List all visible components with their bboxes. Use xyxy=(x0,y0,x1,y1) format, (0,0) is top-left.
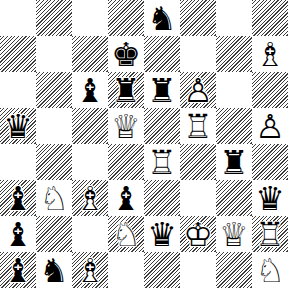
piece-glyph: ♝ xyxy=(0,252,36,288)
piece-white-knight-h1[interactable]: ♞♘ xyxy=(252,252,288,288)
piece-black-rook-d6[interactable]: ♜♜ xyxy=(108,72,144,108)
square-a3[interactable]: ♝♝ xyxy=(0,180,36,216)
square-c5[interactable] xyxy=(72,108,108,144)
square-a7[interactable] xyxy=(0,36,36,72)
square-f8[interactable] xyxy=(180,0,216,36)
piece-black-bishop-d3[interactable]: ♝♝ xyxy=(108,180,144,216)
piece-glyph: ♗ xyxy=(252,36,288,72)
piece-white-rook-f5[interactable]: ♜♖ xyxy=(180,108,216,144)
piece-glyph: ♙ xyxy=(180,72,216,108)
piece-glyph: ♝ xyxy=(72,72,108,108)
square-d1[interactable] xyxy=(108,252,144,288)
piece-glyph: ♜ xyxy=(216,144,252,180)
square-c8[interactable] xyxy=(72,0,108,36)
piece-white-bishop-c3[interactable]: ♝♗ xyxy=(72,180,108,216)
piece-glyph: ♜ xyxy=(108,72,144,108)
piece-black-bishop-a2[interactable]: ♝♝ xyxy=(0,216,36,252)
square-b1[interactable]: ♞♞ xyxy=(36,252,72,288)
piece-glyph: ♔ xyxy=(180,216,216,252)
square-f2[interactable]: ♚♔ xyxy=(180,216,216,252)
piece-glyph: ♝ xyxy=(0,216,36,252)
square-h5[interactable]: ♟♙ xyxy=(252,108,288,144)
piece-black-king-d7[interactable]: ♚♚ xyxy=(108,36,144,72)
piece-glyph: ♘ xyxy=(252,252,288,288)
piece-glyph: ♞ xyxy=(144,0,180,36)
square-e7[interactable] xyxy=(144,36,180,72)
piece-black-knight-b1[interactable]: ♞♞ xyxy=(36,252,72,288)
piece-white-pawn-h5[interactable]: ♟♙ xyxy=(252,108,288,144)
square-h3[interactable]: ♛♛ xyxy=(252,180,288,216)
square-g6[interactable] xyxy=(216,72,252,108)
piece-glyph: ♞ xyxy=(36,252,72,288)
piece-glyph: ♜ xyxy=(144,72,180,108)
square-c4[interactable] xyxy=(72,144,108,180)
piece-glyph: ♗ xyxy=(72,180,108,216)
square-a4[interactable] xyxy=(0,144,36,180)
square-e8[interactable]: ♞♞ xyxy=(144,0,180,36)
square-c3[interactable]: ♝♗ xyxy=(72,180,108,216)
square-a5[interactable]: ♛♛ xyxy=(0,108,36,144)
square-g1[interactable] xyxy=(216,252,252,288)
piece-white-rook-h2[interactable]: ♜♖ xyxy=(252,216,288,252)
piece-glyph: ♛ xyxy=(252,180,288,216)
square-d2[interactable]: ♞♘ xyxy=(108,216,144,252)
square-a2[interactable]: ♝♝ xyxy=(0,216,36,252)
square-b8[interactable] xyxy=(36,0,72,36)
square-f7[interactable] xyxy=(180,36,216,72)
square-e6[interactable]: ♜♜ xyxy=(144,72,180,108)
square-g3[interactable] xyxy=(216,180,252,216)
piece-white-bishop-h7[interactable]: ♝♗ xyxy=(252,36,288,72)
square-b2[interactable] xyxy=(36,216,72,252)
piece-black-rook-g4[interactable]: ♜♜ xyxy=(216,144,252,180)
piece-black-queen-h3[interactable]: ♛♛ xyxy=(252,180,288,216)
piece-glyph: ♝ xyxy=(0,180,36,216)
square-h6[interactable] xyxy=(252,72,288,108)
piece-glyph: ♝ xyxy=(108,180,144,216)
square-h8[interactable] xyxy=(252,0,288,36)
piece-white-queen-g2[interactable]: ♛♕ xyxy=(216,216,252,252)
square-g5[interactable] xyxy=(216,108,252,144)
piece-glyph: ♛ xyxy=(0,108,36,144)
square-h7[interactable]: ♝♗ xyxy=(252,36,288,72)
square-d8[interactable] xyxy=(108,0,144,36)
piece-glyph: ♘ xyxy=(36,180,72,216)
square-a8[interactable] xyxy=(0,0,36,36)
square-g7[interactable] xyxy=(216,36,252,72)
square-e2[interactable]: ♛♛ xyxy=(144,216,180,252)
square-c1[interactable]: ♝♗ xyxy=(72,252,108,288)
piece-black-bishop-a1[interactable]: ♝♝ xyxy=(0,252,36,288)
piece-white-knight-d2[interactable]: ♞♘ xyxy=(108,216,144,252)
piece-glyph: ♕ xyxy=(216,216,252,252)
square-g4[interactable]: ♜♜ xyxy=(216,144,252,180)
square-e5[interactable] xyxy=(144,108,180,144)
square-d5[interactable]: ♛♕ xyxy=(108,108,144,144)
piece-white-bishop-c1[interactable]: ♝♗ xyxy=(72,252,108,288)
square-b4[interactable] xyxy=(36,144,72,180)
square-b6[interactable] xyxy=(36,72,72,108)
piece-black-knight-e8[interactable]: ♞♞ xyxy=(144,0,180,36)
square-b7[interactable] xyxy=(36,36,72,72)
piece-glyph: ♛ xyxy=(144,216,180,252)
square-g2[interactable]: ♛♕ xyxy=(216,216,252,252)
square-a6[interactable] xyxy=(0,72,36,108)
piece-glyph: ♖ xyxy=(144,144,180,180)
piece-black-queen-a5[interactable]: ♛♛ xyxy=(0,108,36,144)
square-e1[interactable] xyxy=(144,252,180,288)
square-c6[interactable]: ♝♝ xyxy=(72,72,108,108)
square-f3[interactable] xyxy=(180,180,216,216)
square-h2[interactable]: ♜♖ xyxy=(252,216,288,252)
square-e3[interactable] xyxy=(144,180,180,216)
square-d7[interactable]: ♚♚ xyxy=(108,36,144,72)
piece-white-knight-b3[interactable]: ♞♘ xyxy=(36,180,72,216)
piece-white-rook-e4[interactable]: ♜♖ xyxy=(144,144,180,180)
piece-glyph: ♖ xyxy=(252,216,288,252)
piece-white-pawn-f6[interactable]: ♟♙ xyxy=(180,72,216,108)
piece-black-bishop-a3[interactable]: ♝♝ xyxy=(0,180,36,216)
piece-black-bishop-c6[interactable]: ♝♝ xyxy=(72,72,108,108)
square-d6[interactable]: ♜♜ xyxy=(108,72,144,108)
square-f6[interactable]: ♟♙ xyxy=(180,72,216,108)
square-e4[interactable]: ♜♖ xyxy=(144,144,180,180)
square-d3[interactable]: ♝♝ xyxy=(108,180,144,216)
piece-glyph: ♘ xyxy=(108,216,144,252)
square-f1[interactable] xyxy=(180,252,216,288)
square-c7[interactable] xyxy=(72,36,108,72)
square-f4[interactable] xyxy=(180,144,216,180)
piece-black-queen-e2[interactable]: ♛♛ xyxy=(144,216,180,252)
square-f5[interactable]: ♜♖ xyxy=(180,108,216,144)
square-b5[interactable] xyxy=(36,108,72,144)
piece-glyph: ♙ xyxy=(252,108,288,144)
square-a1[interactable]: ♝♝ xyxy=(0,252,36,288)
piece-black-rook-e6[interactable]: ♜♜ xyxy=(144,72,180,108)
square-h1[interactable]: ♞♘ xyxy=(252,252,288,288)
piece-glyph: ♚ xyxy=(108,36,144,72)
square-g8[interactable] xyxy=(216,0,252,36)
piece-glyph: ♕ xyxy=(108,108,144,144)
square-b3[interactable]: ♞♘ xyxy=(36,180,72,216)
piece-white-queen-d5[interactable]: ♛♕ xyxy=(108,108,144,144)
piece-glyph: ♖ xyxy=(180,108,216,144)
square-d4[interactable] xyxy=(108,144,144,180)
piece-glyph: ♗ xyxy=(72,252,108,288)
piece-white-king-f2[interactable]: ♚♔ xyxy=(180,216,216,252)
square-h4[interactable] xyxy=(252,144,288,180)
chess-board: ♞♞♚♚♝♗♝♝♜♜♜♜♟♙♛♛♛♕♜♖♟♙♜♖♜♜♝♝♞♘♝♗♝♝♛♛♝♝♞♘… xyxy=(0,0,288,288)
square-c2[interactable] xyxy=(72,216,108,252)
